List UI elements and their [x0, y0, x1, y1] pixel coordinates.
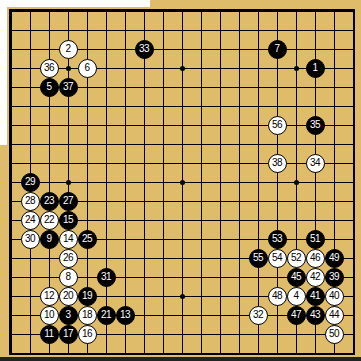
stone-white-52[interactable]: 52	[287, 249, 306, 268]
star-point	[180, 180, 185, 185]
stone-white-50[interactable]: 50	[325, 325, 344, 344]
stone-white-20[interactable]: 20	[59, 287, 78, 306]
window-bevel-top	[0, 0, 150, 7]
stone-black-29[interactable]: 29	[21, 173, 40, 192]
stone-white-42[interactable]: 42	[306, 268, 325, 287]
star-point	[66, 66, 71, 71]
stone-black-53[interactable]: 53	[268, 230, 287, 249]
stone-black-39[interactable]: 39	[325, 268, 344, 287]
stone-black-13[interactable]: 13	[116, 306, 135, 325]
stone-black-17[interactable]: 17	[59, 325, 78, 344]
stone-white-32[interactable]: 32	[249, 306, 268, 325]
stone-black-33[interactable]: 33	[135, 40, 154, 59]
stone-white-38[interactable]: 38	[268, 154, 287, 173]
stone-white-6[interactable]: 6	[78, 59, 97, 78]
star-point	[180, 66, 185, 71]
stone-black-11[interactable]: 11	[40, 325, 59, 344]
stone-black-45[interactable]: 45	[287, 268, 306, 287]
stone-black-51[interactable]: 51	[306, 230, 325, 249]
window-bevel-left	[0, 0, 7, 145]
star-point	[294, 66, 299, 71]
stone-black-1[interactable]: 1	[306, 59, 325, 78]
stone-white-16[interactable]: 16	[78, 325, 97, 344]
stone-white-2[interactable]: 2	[59, 40, 78, 59]
stone-white-10[interactable]: 10	[40, 306, 59, 325]
stone-black-27[interactable]: 27	[59, 192, 78, 211]
stone-white-22[interactable]: 22	[40, 211, 59, 230]
stone-white-44[interactable]: 44	[325, 306, 344, 325]
stone-black-49[interactable]: 49	[325, 249, 344, 268]
stone-white-56[interactable]: 56	[268, 116, 287, 135]
stone-black-55[interactable]: 55	[249, 249, 268, 268]
stone-black-7[interactable]: 7	[268, 40, 287, 59]
stone-black-3[interactable]: 3	[59, 306, 78, 325]
stone-black-41[interactable]: 41	[306, 287, 325, 306]
stone-white-4[interactable]: 4	[287, 287, 306, 306]
stone-white-26[interactable]: 26	[59, 249, 78, 268]
stone-white-18[interactable]: 18	[78, 306, 97, 325]
star-point	[180, 294, 185, 299]
star-point	[294, 180, 299, 185]
stone-white-14[interactable]: 14	[59, 230, 78, 249]
stone-white-24[interactable]: 24	[21, 211, 40, 230]
window-shadow-bottom	[0, 357, 361, 361]
stone-white-46[interactable]: 46	[306, 249, 325, 268]
stone-black-25[interactable]: 25	[78, 230, 97, 249]
stone-black-9[interactable]: 9	[40, 230, 59, 249]
go-diagram: 1234567891011121314151617181920212223242…	[0, 0, 361, 361]
stone-white-54[interactable]: 54	[268, 249, 287, 268]
stone-black-35[interactable]: 35	[306, 116, 325, 135]
star-point	[66, 180, 71, 185]
stone-white-8[interactable]: 8	[59, 268, 78, 287]
stone-black-19[interactable]: 19	[78, 287, 97, 306]
stone-black-21[interactable]: 21	[97, 306, 116, 325]
stone-black-23[interactable]: 23	[40, 192, 59, 211]
stone-white-36[interactable]: 36	[40, 59, 59, 78]
stone-white-28[interactable]: 28	[21, 192, 40, 211]
stone-black-37[interactable]: 37	[59, 78, 78, 97]
stone-white-12[interactable]: 12	[40, 287, 59, 306]
stone-white-40[interactable]: 40	[325, 287, 344, 306]
stone-black-47[interactable]: 47	[287, 306, 306, 325]
stone-white-30[interactable]: 30	[21, 230, 40, 249]
stone-black-31[interactable]: 31	[97, 268, 116, 287]
stone-white-48[interactable]: 48	[268, 287, 287, 306]
stone-white-34[interactable]: 34	[306, 154, 325, 173]
stone-black-43[interactable]: 43	[306, 306, 325, 325]
stone-black-5[interactable]: 5	[40, 78, 59, 97]
stone-black-15[interactable]: 15	[59, 211, 78, 230]
